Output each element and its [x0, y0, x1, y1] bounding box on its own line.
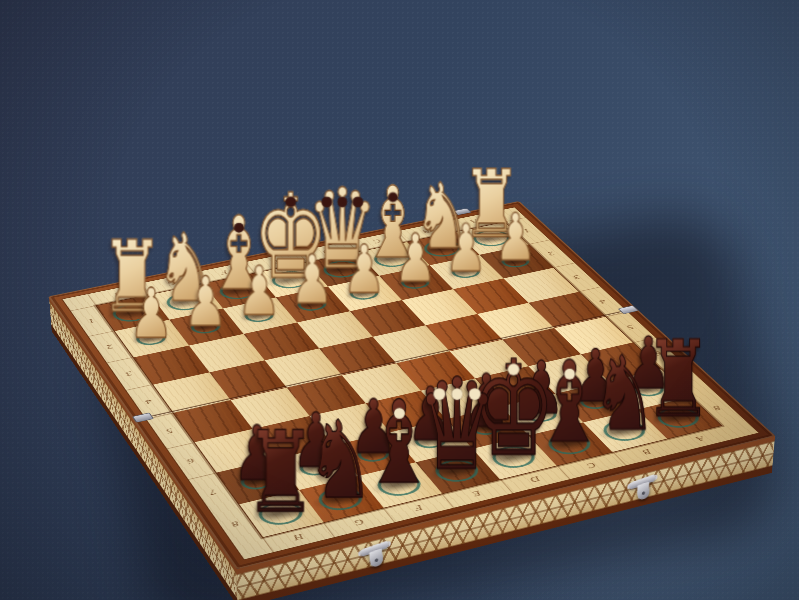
crown-accent-dots	[234, 223, 243, 232]
crown-accent-dots	[388, 192, 397, 201]
rook-glyph: ♜	[244, 416, 316, 528]
crown-accent-dots	[507, 363, 519, 375]
crown-accent-dots	[393, 408, 403, 418]
crown-accent-dots	[285, 196, 296, 207]
crown-accent-dots	[564, 369, 574, 379]
crown-accent-dots	[433, 388, 480, 399]
photo-stage: HGFEDCBA HGFEDCBA 12345678 12345678 ♜♞♝♛…	[0, 0, 799, 600]
